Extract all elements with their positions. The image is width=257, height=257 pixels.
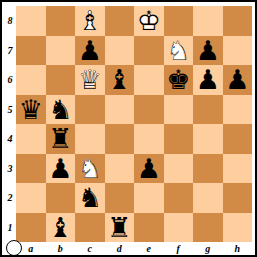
- square-e4[interactable]: [134, 124, 164, 154]
- square-e1[interactable]: [134, 213, 164, 243]
- square-e6[interactable]: [134, 65, 164, 95]
- rank-label-7: 7: [4, 36, 16, 66]
- file-labels: abcdefgh: [16, 242, 252, 255]
- black-rook: ♜: [105, 213, 135, 243]
- square-b7[interactable]: [46, 36, 76, 66]
- square-c5[interactable]: [75, 95, 105, 125]
- square-h6[interactable]: ♟: [223, 65, 253, 95]
- black-rook: ♜: [46, 124, 76, 154]
- black-pawn: ♟: [193, 65, 223, 95]
- square-a4[interactable]: [16, 124, 46, 154]
- square-b6[interactable]: [46, 65, 76, 95]
- square-c3[interactable]: ♞♘: [75, 154, 105, 184]
- black-king: ♚: [164, 65, 194, 95]
- black-pawn-glyph: ♟: [134, 154, 164, 184]
- black-pawn-glyph: ♟: [193, 65, 223, 95]
- white-knight: ♞♘: [164, 36, 194, 66]
- square-d7[interactable]: [105, 36, 135, 66]
- square-b4[interactable]: ♜: [46, 124, 76, 154]
- square-a5[interactable]: ♛: [16, 95, 46, 125]
- square-a3[interactable]: [16, 154, 46, 184]
- square-e3[interactable]: ♟: [134, 154, 164, 184]
- square-g6[interactable]: ♟: [193, 65, 223, 95]
- black-bishop-glyph: ♝: [105, 65, 135, 95]
- black-pawn: ♟: [75, 36, 105, 66]
- square-g3[interactable]: [193, 154, 223, 184]
- square-a7[interactable]: [16, 36, 46, 66]
- black-pawn-glyph: ♟: [75, 36, 105, 66]
- square-d2[interactable]: [105, 183, 135, 213]
- square-d4[interactable]: [105, 124, 135, 154]
- white-king: ♚♔: [134, 6, 164, 36]
- black-queen: ♛: [16, 95, 46, 125]
- square-d3[interactable]: [105, 154, 135, 184]
- rank-label-1: 1: [4, 213, 16, 243]
- square-g1[interactable]: [193, 213, 223, 243]
- square-g8[interactable]: [193, 6, 223, 36]
- black-rook-glyph: ♜: [46, 124, 76, 154]
- black-bishop: ♝: [46, 213, 76, 243]
- square-b8[interactable]: [46, 6, 76, 36]
- square-f2[interactable]: [164, 183, 194, 213]
- square-d1[interactable]: ♜: [105, 213, 135, 243]
- square-c6[interactable]: ♛♕: [75, 65, 105, 95]
- square-b1[interactable]: ♝: [46, 213, 76, 243]
- rank-label-4: 4: [4, 124, 16, 154]
- square-f7[interactable]: ♞♘: [164, 36, 194, 66]
- black-pawn-glyph: ♟: [223, 65, 253, 95]
- white-queen: ♛♕: [75, 65, 105, 95]
- square-c2[interactable]: ♞: [75, 183, 105, 213]
- black-pawn: ♟: [46, 154, 76, 184]
- black-bishop-glyph: ♝: [46, 213, 76, 243]
- square-h5[interactable]: [223, 95, 253, 125]
- file-label-h: h: [223, 242, 253, 255]
- file-label-e: e: [134, 242, 164, 255]
- black-bishop: ♝: [105, 65, 135, 95]
- white-to-move-indicator: [6, 240, 22, 256]
- square-d8[interactable]: [105, 6, 135, 36]
- file-label-g: g: [193, 242, 223, 255]
- black-pawn: ♟: [134, 154, 164, 184]
- file-label-f: f: [164, 242, 194, 255]
- black-king-glyph: ♚: [164, 65, 194, 95]
- square-c1[interactable]: [75, 213, 105, 243]
- square-g4[interactable]: [193, 124, 223, 154]
- square-g5[interactable]: [193, 95, 223, 125]
- white-knight-glyph-outline: ♘: [75, 154, 105, 184]
- white-queen-glyph-outline: ♕: [75, 65, 105, 95]
- rank-label-6: 6: [4, 65, 16, 95]
- file-label-d: d: [105, 242, 135, 255]
- square-d6[interactable]: ♝: [105, 65, 135, 95]
- rank-label-5: 5: [4, 95, 16, 125]
- square-a1[interactable]: [16, 213, 46, 243]
- file-label-c: c: [75, 242, 105, 255]
- white-bishop: ♝♗: [75, 6, 105, 36]
- black-knight: ♞: [75, 183, 105, 213]
- square-c4[interactable]: [75, 124, 105, 154]
- square-e8[interactable]: ♚♔: [134, 6, 164, 36]
- square-h3[interactable]: [223, 154, 253, 184]
- square-h8[interactable]: [223, 6, 253, 36]
- white-king-glyph-outline: ♔: [134, 6, 164, 36]
- square-f4[interactable]: [164, 124, 194, 154]
- chess-diagram: 87654321 ♝♗♚♔♟♞♘♟♛♕♝♚♟♟♛♞♜♟♞♘♟♞♝♜ abcdef…: [0, 0, 257, 257]
- black-pawn-glyph: ♟: [193, 36, 223, 66]
- square-h4[interactable]: [223, 124, 253, 154]
- square-g7[interactable]: ♟: [193, 36, 223, 66]
- square-f5[interactable]: [164, 95, 194, 125]
- black-pawn: ♟: [193, 36, 223, 66]
- black-pawn: ♟: [223, 65, 253, 95]
- black-rook-glyph: ♜: [105, 213, 135, 243]
- rank-label-3: 3: [4, 154, 16, 184]
- square-f6[interactable]: ♚: [164, 65, 194, 95]
- square-b5[interactable]: ♞: [46, 95, 76, 125]
- square-f8[interactable]: [164, 6, 194, 36]
- square-c8[interactable]: ♝♗: [75, 6, 105, 36]
- square-e5[interactable]: [134, 95, 164, 125]
- square-c7[interactable]: ♟: [75, 36, 105, 66]
- square-g2[interactable]: [193, 183, 223, 213]
- file-label-b: b: [46, 242, 76, 255]
- chess-board: ♝♗♚♔♟♞♘♟♛♕♝♚♟♟♛♞♜♟♞♘♟♞♝♜: [16, 6, 252, 242]
- square-e2[interactable]: [134, 183, 164, 213]
- square-d5[interactable]: [105, 95, 135, 125]
- square-f3[interactable]: [164, 154, 194, 184]
- square-a2[interactable]: [16, 183, 46, 213]
- white-bishop-glyph-outline: ♗: [75, 6, 105, 36]
- square-a6[interactable]: [16, 65, 46, 95]
- square-h1[interactable]: [223, 213, 253, 243]
- black-pawn-glyph: ♟: [46, 154, 76, 184]
- black-knight: ♞: [46, 95, 76, 125]
- rank-labels: 87654321: [4, 6, 16, 242]
- square-h2[interactable]: [223, 183, 253, 213]
- square-a8[interactable]: [16, 6, 46, 36]
- black-knight-glyph: ♞: [46, 95, 76, 125]
- black-knight-glyph: ♞: [75, 183, 105, 213]
- square-b2[interactable]: [46, 183, 76, 213]
- rank-label-8: 8: [4, 6, 16, 36]
- square-e7[interactable]: [134, 36, 164, 66]
- square-f1[interactable]: [164, 213, 194, 243]
- white-knight: ♞♘: [75, 154, 105, 184]
- square-b3[interactable]: ♟: [46, 154, 76, 184]
- square-h7[interactable]: [223, 36, 253, 66]
- rank-label-2: 2: [4, 183, 16, 213]
- white-knight-glyph-outline: ♘: [164, 36, 194, 66]
- black-queen-glyph: ♛: [16, 95, 46, 125]
